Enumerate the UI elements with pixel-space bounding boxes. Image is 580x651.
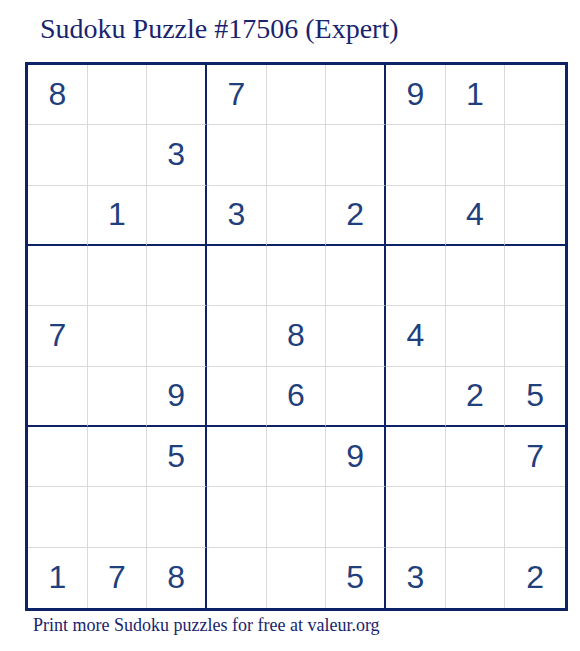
cell-r4c4[interactable] bbox=[207, 246, 267, 306]
cell-r4c3[interactable] bbox=[147, 246, 207, 306]
cell-r5c9[interactable] bbox=[505, 306, 565, 366]
cell-r8c3[interactable] bbox=[147, 487, 207, 547]
cell-r3c9[interactable] bbox=[505, 186, 565, 246]
cell-r1c3[interactable] bbox=[147, 65, 207, 125]
cell-r7c7[interactable] bbox=[386, 427, 446, 487]
cell-r7c6[interactable]: 9 bbox=[326, 427, 386, 487]
sudoku-board: 8791313247849625597178532 bbox=[25, 62, 568, 611]
cell-r6c9[interactable]: 5 bbox=[505, 367, 565, 427]
cell-r2c6[interactable] bbox=[326, 125, 386, 185]
cell-r4c1[interactable] bbox=[28, 246, 88, 306]
cell-r3c5[interactable] bbox=[267, 186, 327, 246]
cell-r5c5[interactable]: 8 bbox=[267, 306, 327, 366]
cell-r9c6[interactable]: 5 bbox=[326, 548, 386, 608]
cell-r4c5[interactable] bbox=[267, 246, 327, 306]
cell-r5c7[interactable]: 4 bbox=[386, 306, 446, 366]
cell-r3c4[interactable]: 3 bbox=[207, 186, 267, 246]
cell-r3c7[interactable] bbox=[386, 186, 446, 246]
cell-r7c9[interactable]: 7 bbox=[505, 427, 565, 487]
cell-r7c3[interactable]: 5 bbox=[147, 427, 207, 487]
cell-r6c7[interactable] bbox=[386, 367, 446, 427]
cell-r3c2[interactable]: 1 bbox=[88, 186, 148, 246]
cell-r3c6[interactable]: 2 bbox=[326, 186, 386, 246]
cell-r2c4[interactable] bbox=[207, 125, 267, 185]
cell-r2c2[interactable] bbox=[88, 125, 148, 185]
cell-r3c1[interactable] bbox=[28, 186, 88, 246]
cell-r4c9[interactable] bbox=[505, 246, 565, 306]
cell-r6c3[interactable]: 9 bbox=[147, 367, 207, 427]
cell-r8c8[interactable] bbox=[446, 487, 506, 547]
cell-r4c2[interactable] bbox=[88, 246, 148, 306]
cell-r3c3[interactable] bbox=[147, 186, 207, 246]
cell-r6c1[interactable] bbox=[28, 367, 88, 427]
cell-r1c6[interactable] bbox=[326, 65, 386, 125]
cell-r1c2[interactable] bbox=[88, 65, 148, 125]
cell-r9c1[interactable]: 1 bbox=[28, 548, 88, 608]
cell-r9c4[interactable] bbox=[207, 548, 267, 608]
cell-r7c1[interactable] bbox=[28, 427, 88, 487]
cell-r4c7[interactable] bbox=[386, 246, 446, 306]
footer-text: Print more Sudoku puzzles for free at va… bbox=[33, 615, 380, 636]
cell-r6c4[interactable] bbox=[207, 367, 267, 427]
cell-r2c9[interactable] bbox=[505, 125, 565, 185]
cell-r8c9[interactable] bbox=[505, 487, 565, 547]
cell-r7c8[interactable] bbox=[446, 427, 506, 487]
cell-r8c6[interactable] bbox=[326, 487, 386, 547]
cell-r8c2[interactable] bbox=[88, 487, 148, 547]
page-title: Sudoku Puzzle #17506 (Expert) bbox=[40, 13, 399, 45]
cell-r8c7[interactable] bbox=[386, 487, 446, 547]
cell-r1c1[interactable]: 8 bbox=[28, 65, 88, 125]
cell-r5c4[interactable] bbox=[207, 306, 267, 366]
cell-r1c9[interactable] bbox=[505, 65, 565, 125]
cell-r5c2[interactable] bbox=[88, 306, 148, 366]
cell-r9c2[interactable]: 7 bbox=[88, 548, 148, 608]
cell-r5c1[interactable]: 7 bbox=[28, 306, 88, 366]
cell-r6c6[interactable] bbox=[326, 367, 386, 427]
cell-r8c5[interactable] bbox=[267, 487, 327, 547]
cell-r9c8[interactable] bbox=[446, 548, 506, 608]
cell-r3c8[interactable]: 4 bbox=[446, 186, 506, 246]
cell-r9c5[interactable] bbox=[267, 548, 327, 608]
cell-r1c8[interactable]: 1 bbox=[446, 65, 506, 125]
cell-r9c3[interactable]: 8 bbox=[147, 548, 207, 608]
cell-r6c8[interactable]: 2 bbox=[446, 367, 506, 427]
cell-r2c1[interactable] bbox=[28, 125, 88, 185]
cell-r1c7[interactable]: 9 bbox=[386, 65, 446, 125]
cell-r4c6[interactable] bbox=[326, 246, 386, 306]
cell-r7c2[interactable] bbox=[88, 427, 148, 487]
cell-r2c5[interactable] bbox=[267, 125, 327, 185]
cell-r9c9[interactable]: 2 bbox=[505, 548, 565, 608]
sudoku-page: Sudoku Puzzle #17506 (Expert) 8791313247… bbox=[0, 0, 580, 651]
cell-r6c5[interactable]: 6 bbox=[267, 367, 327, 427]
cell-r7c5[interactable] bbox=[267, 427, 327, 487]
cell-r4c8[interactable] bbox=[446, 246, 506, 306]
cell-r1c5[interactable] bbox=[267, 65, 327, 125]
cell-r8c1[interactable] bbox=[28, 487, 88, 547]
cell-r9c7[interactable]: 3 bbox=[386, 548, 446, 608]
cell-r2c7[interactable] bbox=[386, 125, 446, 185]
cell-r5c6[interactable] bbox=[326, 306, 386, 366]
cell-r2c3[interactable]: 3 bbox=[147, 125, 207, 185]
cell-r5c8[interactable] bbox=[446, 306, 506, 366]
cell-r6c2[interactable] bbox=[88, 367, 148, 427]
cell-r8c4[interactable] bbox=[207, 487, 267, 547]
cell-r7c4[interactable] bbox=[207, 427, 267, 487]
cell-r2c8[interactable] bbox=[446, 125, 506, 185]
cell-r5c3[interactable] bbox=[147, 306, 207, 366]
cell-r1c4[interactable]: 7 bbox=[207, 65, 267, 125]
